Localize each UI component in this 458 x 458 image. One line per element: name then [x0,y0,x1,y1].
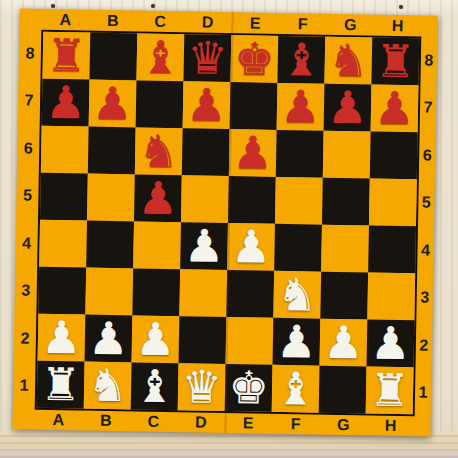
square-b2[interactable]: ♟ [85,315,133,363]
piece-red-knight-c6[interactable]: ♞ [135,127,183,175]
square-c8[interactable]: ♝ [136,33,184,81]
square-a8[interactable]: ♜ [42,32,90,80]
piece-white-pawn-f2[interactable]: ♟ [273,318,321,366]
rank-label-left-5: 5 [16,172,39,220]
square-b7[interactable]: ♟ [89,80,137,128]
square-f4[interactable] [274,224,322,272]
square-e8[interactable]: ♚ [230,35,278,83]
square-d2[interactable] [179,316,227,364]
piece-red-pawn-h7[interactable]: ♟ [371,85,419,133]
file-label-bottom-g: G [319,415,367,436]
file-label-bottom-f: F [272,414,320,435]
rank-label-left-4: 4 [15,219,38,267]
piece-red-queen-d8[interactable]: ♛ [183,34,231,82]
square-c7[interactable] [136,80,184,128]
rank-label-left-7: 7 [18,77,41,125]
square-c4[interactable] [133,221,181,269]
piece-red-king-e8[interactable]: ♚ [230,35,278,83]
file-label-top-e: E [231,12,279,34]
nail-icon [151,4,155,8]
rank-label-right-7: 7 [420,84,437,132]
square-a3[interactable] [38,267,86,315]
square-e4[interactable]: ♟ [227,223,275,271]
piece-red-rook-h8[interactable]: ♜ [371,38,419,86]
board-grid: ♜♝♛♚♝♞♜♟♟♟♟♟♟♞♟♟♟♟♞♟♟♟♟♟♟♜♞♝♛♚♝♜ [35,30,422,417]
square-h4[interactable] [368,226,416,274]
rank-label-right-4: 4 [417,226,434,274]
file-label-bottom-e: E [224,413,272,434]
square-d3[interactable] [179,269,227,317]
square-g3[interactable] [320,272,368,320]
square-b8[interactable] [89,33,137,81]
square-d8[interactable]: ♛ [183,34,231,82]
square-g5[interactable] [322,178,370,226]
square-b5[interactable] [87,174,135,222]
square-c2[interactable]: ♟ [132,315,180,363]
square-e3[interactable] [226,270,274,318]
square-h2[interactable]: ♟ [367,319,415,367]
square-c3[interactable] [132,268,180,316]
piece-white-pawn-a2[interactable]: ♟ [38,314,86,362]
square-h3[interactable] [367,273,415,321]
square-f6[interactable] [276,130,324,178]
piece-red-pawn-d7[interactable]: ♟ [183,81,231,129]
square-e7[interactable] [230,82,278,130]
square-b1[interactable]: ♞ [84,362,132,410]
piece-white-pawn-g2[interactable]: ♟ [320,319,368,367]
rank-label-left-3: 3 [14,267,37,315]
rank-label-left-6: 6 [17,124,40,172]
square-a2[interactable]: ♟ [38,314,86,362]
square-a4[interactable] [39,220,87,268]
piece-white-rook-a1[interactable]: ♜ [37,361,85,409]
square-d7[interactable]: ♟ [183,81,231,129]
file-label-top-a: A [41,9,89,31]
chess-board: ABCDEFGH 87654321 ♜♝♛♚♝♞♜♟♟♟♟♟♟♞♟♟♟♟♞♟♟♟… [12,8,437,436]
square-e5[interactable] [228,176,276,224]
square-g1[interactable] [319,366,367,414]
rank-label-left-2: 2 [14,314,37,362]
square-e6[interactable]: ♟ [229,129,277,177]
square-a1[interactable]: ♜ [37,361,85,409]
piece-red-pawn-g7[interactable]: ♟ [324,84,372,132]
rank-label-right-1: 1 [415,369,432,417]
piece-red-pawn-e6[interactable]: ♟ [229,129,277,177]
piece-white-knight-f3[interactable]: ♞ [273,271,321,319]
square-d5[interactable] [181,175,229,223]
piece-white-bishop-c1[interactable]: ♝ [131,362,179,410]
rank-label-right-6: 6 [419,131,436,179]
square-h5[interactable] [369,179,417,227]
square-g4[interactable] [321,225,369,273]
piece-red-rook-a8[interactable]: ♜ [42,32,90,80]
file-label-bottom-c: C [129,411,177,432]
square-c1[interactable]: ♝ [131,362,179,410]
file-label-top-f: F [279,13,327,35]
square-f5[interactable] [275,177,323,225]
piece-red-pawn-c5[interactable]: ♟ [134,174,182,222]
piece-red-pawn-b7[interactable]: ♟ [89,80,137,128]
rank-label-left-8: 8 [19,29,42,77]
piece-white-rook-h1[interactable]: ♜ [366,366,414,414]
file-label-bottom-d: D [177,412,225,433]
file-label-bottom-h: H [367,416,415,437]
square-a6[interactable] [41,126,89,174]
piece-red-pawn-a7[interactable]: ♟ [42,79,90,127]
square-e2[interactable] [226,317,274,365]
square-b6[interactable] [88,127,136,175]
square-g6[interactable] [323,131,371,179]
square-d1[interactable]: ♛ [178,363,226,411]
rank-label-right-3: 3 [416,274,433,322]
square-f8[interactable]: ♝ [277,36,325,84]
photo-of-demo-chessboard: ABCDEFGH 87654321 ♜♝♛♚♝♞♜♟♟♟♟♟♟♞♟♟♟♟♞♟♟♟… [0,0,458,458]
square-b4[interactable] [86,221,134,269]
square-f3[interactable]: ♞ [273,271,321,319]
square-c5[interactable]: ♟ [134,174,182,222]
file-label-top-g: G [326,14,374,36]
square-e1[interactable]: ♚ [225,364,273,412]
nail-icon [399,5,403,9]
square-f7[interactable]: ♟ [277,83,325,131]
piece-white-pawn-b2[interactable]: ♟ [85,315,133,363]
piece-red-knight-g8[interactable]: ♞ [324,37,372,85]
rank-label-left-1: 1 [13,362,36,410]
piece-red-pawn-f7[interactable]: ♟ [277,83,325,131]
piece-white-queen-d1[interactable]: ♛ [178,363,226,411]
file-label-top-c: C [136,10,184,32]
piece-white-knight-b1[interactable]: ♞ [84,362,132,410]
square-h6[interactable] [370,132,418,180]
rank-label-right-5: 5 [418,179,435,227]
piece-white-king-e1[interactable]: ♚ [225,364,273,412]
file-label-top-b: B [89,10,137,32]
square-f1[interactable]: ♝ [272,365,320,413]
square-a7[interactable]: ♟ [42,79,90,127]
nail-icon [51,4,55,8]
square-d6[interactable] [182,128,230,176]
square-d4[interactable]: ♟ [180,222,228,270]
file-label-bottom-a: A [34,410,82,431]
square-c6[interactable]: ♞ [135,127,183,175]
piece-white-pawn-h2[interactable]: ♟ [367,319,415,367]
square-b3[interactable] [85,268,133,316]
piece-white-pawn-e4[interactable]: ♟ [227,223,275,271]
piece-white-pawn-c2[interactable]: ♟ [132,315,180,363]
piece-red-bishop-f8[interactable]: ♝ [277,36,325,84]
square-h7[interactable]: ♟ [371,85,419,133]
rank-label-right-8: 8 [420,36,437,84]
square-g2[interactable]: ♟ [320,319,368,367]
square-g7[interactable]: ♟ [324,84,372,132]
file-label-top-h: H [374,15,422,37]
square-h8[interactable]: ♜ [371,38,419,86]
file-label-bottom-b: B [82,411,130,432]
square-g8[interactable]: ♞ [324,37,372,85]
piece-red-bishop-c8[interactable]: ♝ [136,33,184,81]
rank-label-right-2: 2 [415,321,432,369]
square-a5[interactable] [40,173,88,221]
square-h1[interactable]: ♜ [366,366,414,414]
square-f2[interactable]: ♟ [273,318,321,366]
piece-white-bishop-f1[interactable]: ♝ [272,365,320,413]
file-label-top-d: D [184,11,232,33]
piece-white-pawn-d4[interactable]: ♟ [180,222,228,270]
